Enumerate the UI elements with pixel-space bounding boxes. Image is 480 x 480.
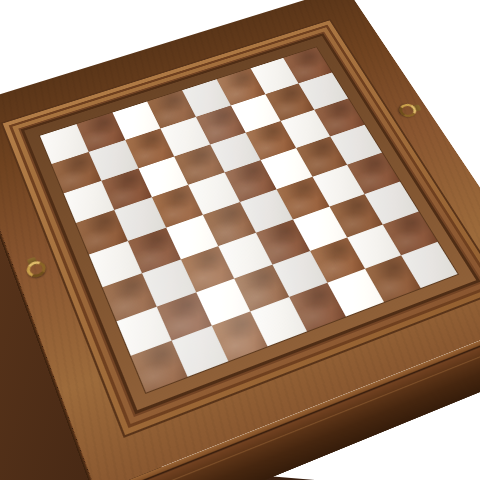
board-square [272,251,327,298]
board-square [131,341,187,393]
board-square [251,297,307,346]
board-square [128,228,181,273]
board-square [116,306,171,356]
board-square [218,233,272,279]
board-square [234,264,289,311]
board-square [180,246,234,292]
board-square [401,242,457,288]
board-square [203,202,256,246]
board-square [293,207,347,251]
board-square [166,215,219,260]
board-square [76,210,128,254]
brass-ring-pull-left [21,254,48,279]
board-square [196,278,251,326]
perspective-scene [0,0,480,480]
board-square [327,269,383,317]
board-square [310,237,365,283]
board-square [102,273,156,321]
board-square [256,219,310,264]
board-square [89,241,142,287]
brass-ring-pull-right [398,101,424,119]
board-square [156,292,211,341]
board-square [365,255,421,302]
board-square [171,326,227,377]
board-square [114,197,166,241]
board-square [211,312,267,362]
board-square [142,259,196,306]
board-square [383,211,438,255]
product-photo-stage [0,0,480,480]
board-square [346,224,401,269]
chess-table [0,0,480,480]
board-square [289,283,345,331]
